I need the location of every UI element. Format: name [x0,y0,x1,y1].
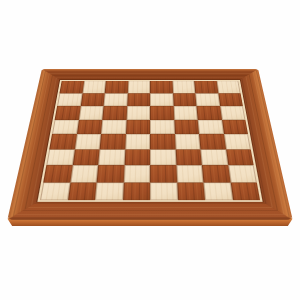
square-h3 [226,149,254,165]
square-c7 [104,93,128,106]
square-a4 [49,134,76,149]
square-a3 [46,149,74,165]
square-c6 [102,106,126,120]
square-b5 [77,120,103,134]
square-c8 [105,81,128,93]
square-e7 [150,93,173,106]
product-photo-background [0,0,300,300]
square-c2 [97,165,124,182]
square-e2 [150,165,177,182]
square-b6 [78,106,103,120]
square-f2 [176,165,203,182]
square-e8 [150,81,173,93]
square-f5 [174,120,199,134]
square-f6 [173,106,197,120]
square-e3 [150,149,176,165]
square-f8 [172,81,195,93]
square-f1 [177,182,205,200]
square-h7 [218,93,243,106]
board-grid [40,81,260,200]
square-a5 [52,120,78,134]
square-a2 [43,165,72,182]
square-g8 [194,81,218,93]
square-d7 [127,93,150,106]
square-f4 [175,134,201,149]
chess-board [7,69,292,220]
square-d2 [123,165,150,182]
square-h1 [230,182,260,200]
square-g2 [202,165,230,182]
square-b2 [70,165,98,182]
square-e5 [150,120,175,134]
square-b1 [67,182,96,200]
square-a6 [55,106,81,120]
square-c1 [95,182,123,200]
square-d4 [125,134,150,149]
square-h4 [224,134,251,149]
square-g7 [195,93,219,106]
square-b7 [80,93,104,106]
square-h6 [220,106,246,120]
square-c3 [98,149,125,165]
square-b3 [72,149,99,165]
square-d8 [127,81,150,93]
square-b8 [82,81,106,93]
square-g5 [198,120,224,134]
square-e1 [150,182,178,200]
square-g1 [203,182,232,200]
square-f7 [173,93,197,106]
board-perspective-wrap [7,69,292,220]
square-g6 [196,106,221,120]
square-h2 [228,165,257,182]
square-a7 [57,93,82,106]
square-d6 [126,106,150,120]
square-b4 [74,134,101,149]
square-d1 [122,182,150,200]
square-e6 [150,106,174,120]
square-c5 [101,120,126,134]
square-c4 [100,134,126,149]
square-f3 [175,149,202,165]
board-frame-bottom [7,200,292,220]
square-a1 [40,182,70,200]
square-a8 [59,81,83,93]
square-g3 [200,149,227,165]
square-h8 [216,81,240,93]
square-h5 [222,120,248,134]
square-e4 [150,134,175,149]
square-d5 [126,120,151,134]
square-d3 [124,149,150,165]
square-g4 [199,134,226,149]
